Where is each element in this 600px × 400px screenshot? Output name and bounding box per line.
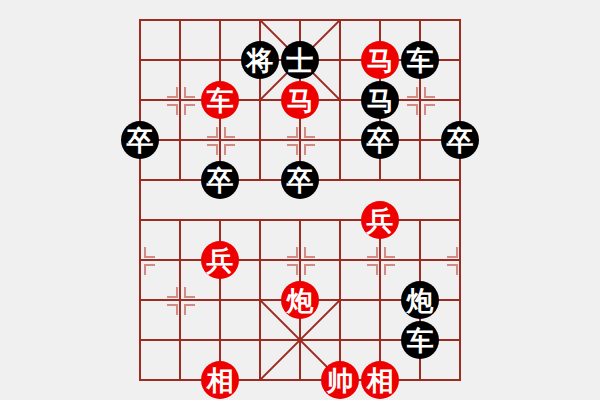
red-soldier[interactable]: 兵 [201,241,239,279]
red-elephant[interactable]: 相 [201,361,239,399]
red-chariot[interactable]: 车 [201,81,239,119]
black-soldier[interactable]: 卒 [281,161,319,199]
black-advisor[interactable]: 士 [281,41,319,79]
black-chariot[interactable]: 车 [401,321,439,359]
black-soldier[interactable]: 卒 [361,121,399,159]
black-cannon[interactable]: 炮 [401,281,439,319]
black-horse[interactable]: 马 [361,81,399,119]
red-general[interactable]: 帅 [321,361,359,399]
red-soldier[interactable]: 兵 [361,201,399,239]
black-soldier[interactable]: 卒 [121,121,159,159]
red-elephant[interactable]: 相 [361,361,399,399]
red-horse[interactable]: 马 [281,81,319,119]
red-cannon[interactable]: 炮 [281,281,319,319]
black-soldier[interactable]: 卒 [201,161,239,199]
black-chariot[interactable]: 车 [401,41,439,79]
black-soldier[interactable]: 卒 [441,121,479,159]
red-horse[interactable]: 马 [361,41,399,79]
xiangqi-screenshot: 将士马车车马马卒卒卒卒卒兵兵炮炮车相帅相 [0,0,600,400]
black-general[interactable]: 将 [241,41,279,79]
pieces-grid: 将士马车车马马卒卒卒卒卒兵兵炮炮车相帅相 [120,0,480,400]
